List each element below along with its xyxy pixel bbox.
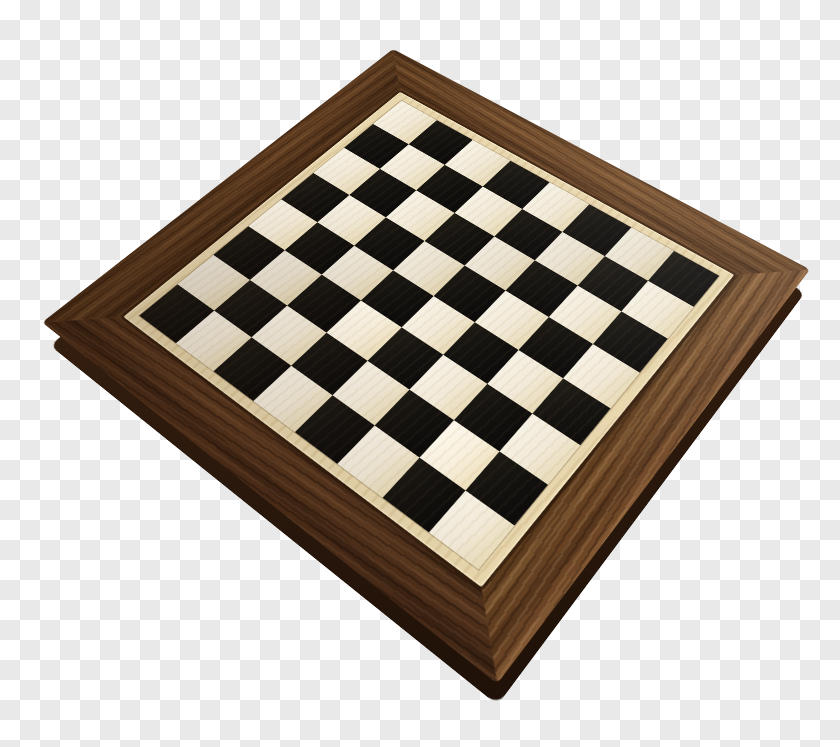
square-f4 (443, 322, 518, 384)
square-g2 (419, 420, 500, 491)
square-g4 (487, 350, 564, 414)
square-d1 (253, 366, 332, 432)
square-f2 (375, 389, 454, 457)
square-e3 (367, 327, 443, 389)
squares-grid (139, 101, 719, 570)
square-h3 (500, 414, 580, 485)
square-c2 (251, 306, 326, 366)
square-e4 (401, 296, 475, 355)
transparency-background (0, 0, 840, 747)
square-h5 (564, 344, 640, 408)
square-h1 (429, 491, 514, 569)
wood-frame-bottom-edge (42, 288, 538, 684)
square-h6 (593, 312, 667, 373)
square-h2 (466, 451, 548, 525)
chessboard (42, 49, 810, 684)
square-b1 (176, 311, 252, 372)
square-d2 (291, 332, 368, 395)
chessboard-3d-wrapper (42, 49, 810, 684)
square-f3 (410, 355, 487, 420)
square-g1 (382, 458, 465, 533)
square-g3 (454, 384, 533, 452)
square-c1 (214, 338, 291, 401)
square-d3 (327, 300, 402, 360)
square-e2 (332, 360, 410, 425)
square-g5 (519, 317, 594, 378)
square-f1 (337, 426, 419, 498)
square-h4 (533, 378, 611, 445)
wood-frame-right-edge (440, 243, 810, 684)
chessboard-scene (146, 22, 722, 569)
square-f5 (475, 291, 548, 350)
square-e1 (294, 395, 374, 464)
